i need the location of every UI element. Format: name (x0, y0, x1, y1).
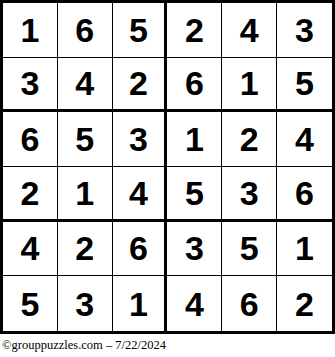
cell-r1c2: 6 (58, 3, 113, 58)
cell-r2c6: 5 (277, 58, 332, 113)
cell-r6c2: 3 (58, 276, 113, 331)
copyright-credit: ©grouppuzzles.com – 7/22/2024 (2, 338, 166, 353)
cell-r1c4: 2 (167, 3, 222, 58)
cell-r4c5: 3 (222, 167, 277, 222)
cell-r3c1: 6 (3, 112, 58, 167)
cell-r1c6: 3 (277, 3, 332, 58)
cell-r6c3: 1 (113, 276, 168, 331)
cell-r4c3: 4 (113, 167, 168, 222)
cell-r2c3: 2 (113, 58, 168, 113)
cell-r6c4: 4 (167, 276, 222, 331)
sudoku-board: 165243342615653124214536426351531462 (0, 0, 335, 334)
cell-r4c4: 5 (167, 167, 222, 222)
cell-r1c3: 5 (113, 3, 168, 58)
cell-r6c6: 2 (277, 276, 332, 331)
cell-r5c5: 5 (222, 222, 277, 277)
cell-r2c2: 4 (58, 58, 113, 113)
cell-r3c3: 3 (113, 112, 168, 167)
puzzle-page: 165243342615653124214536426351531462 ©gr… (0, 0, 335, 357)
cell-r4c1: 2 (3, 167, 58, 222)
cell-r5c4: 3 (167, 222, 222, 277)
cell-r3c4: 1 (167, 112, 222, 167)
cell-r4c2: 1 (58, 167, 113, 222)
cell-r6c5: 6 (222, 276, 277, 331)
cell-r3c2: 5 (58, 112, 113, 167)
cell-r1c1: 1 (3, 3, 58, 58)
cell-r2c1: 3 (3, 58, 58, 113)
cell-r5c2: 2 (58, 222, 113, 277)
cell-r3c6: 4 (277, 112, 332, 167)
cell-r5c1: 4 (3, 222, 58, 277)
cell-r1c5: 4 (222, 3, 277, 58)
cell-r6c1: 5 (3, 276, 58, 331)
cell-r4c6: 6 (277, 167, 332, 222)
cell-r3c5: 2 (222, 112, 277, 167)
cell-r2c4: 6 (167, 58, 222, 113)
cell-r5c6: 1 (277, 222, 332, 277)
cell-r5c3: 6 (113, 222, 168, 277)
cell-r2c5: 1 (222, 58, 277, 113)
